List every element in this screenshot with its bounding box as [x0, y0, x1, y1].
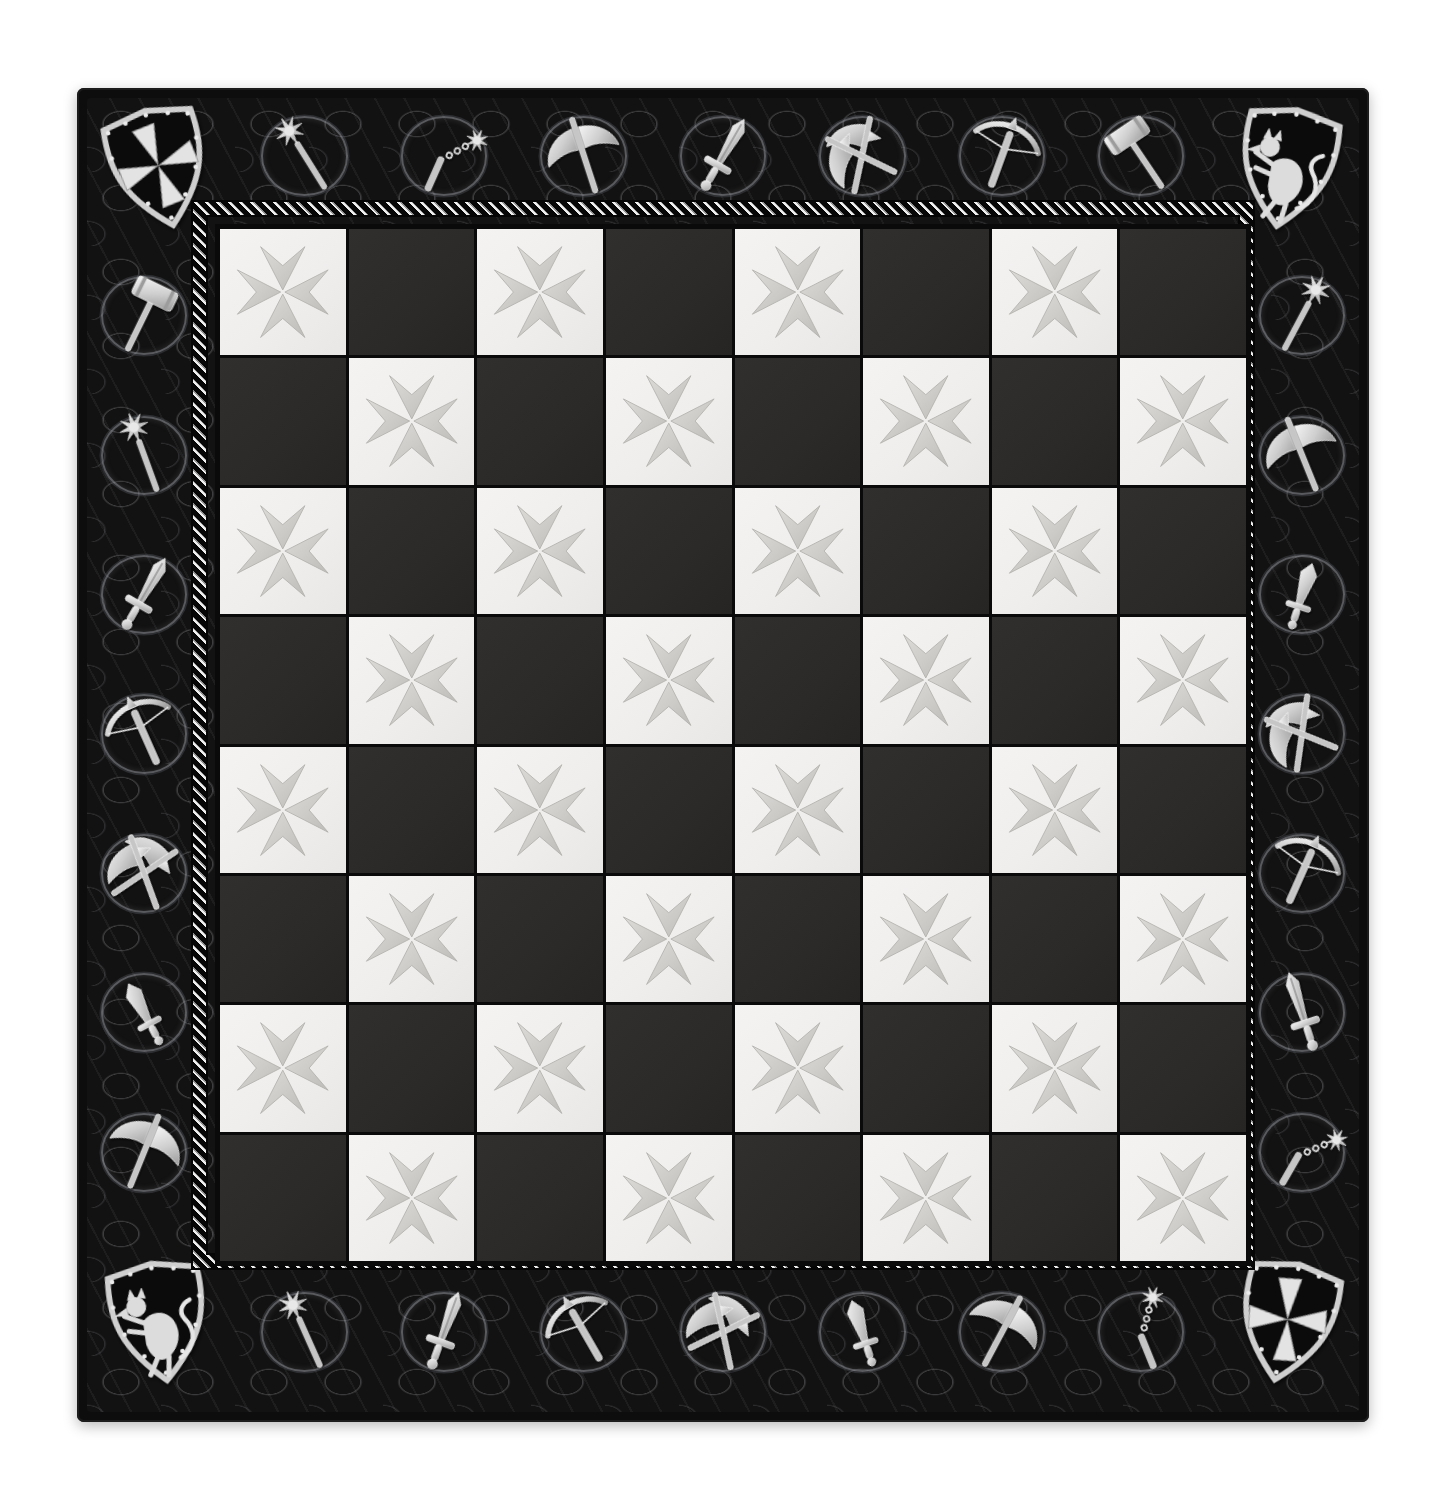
- square-a5[interactable]: [220, 617, 346, 743]
- square-h3[interactable]: [1120, 876, 1246, 1002]
- maltese-cross-icon: [616, 368, 722, 474]
- square-d7[interactable]: [606, 358, 732, 484]
- dagger-icon: [98, 967, 190, 1059]
- square-e5[interactable]: [735, 617, 861, 743]
- square-b7[interactable]: [349, 358, 475, 484]
- maltese-cross-icon: [1002, 757, 1108, 863]
- maltese-cross-icon: [230, 1015, 336, 1121]
- square-d6[interactable]: [606, 488, 732, 614]
- maltese-cross-icon: [616, 627, 722, 733]
- dagger-icon: [816, 1286, 908, 1378]
- maltese-cross-icon: [873, 627, 979, 733]
- square-a8[interactable]: [220, 229, 346, 355]
- hammer-icon: [1095, 110, 1187, 202]
- maltese-cross-icon: [1130, 368, 1236, 474]
- frame-corner-bl: [95, 1258, 223, 1386]
- square-e7[interactable]: [735, 358, 861, 484]
- square-g5[interactable]: [992, 617, 1118, 743]
- maltese-cross-icon: [745, 1015, 851, 1121]
- square-d4[interactable]: [606, 747, 732, 873]
- square-a6[interactable]: [220, 488, 346, 614]
- square-g2[interactable]: [992, 1005, 1118, 1131]
- square-f3[interactable]: [863, 876, 989, 1002]
- crossbow-icon: [1256, 827, 1348, 919]
- square-h1[interactable]: [1120, 1135, 1246, 1261]
- maltese-cross-icon: [873, 1145, 979, 1251]
- square-g4[interactable]: [992, 747, 1118, 873]
- square-d1[interactable]: [606, 1135, 732, 1261]
- chess-board: [77, 88, 1369, 1422]
- maltese-cross-icon: [745, 757, 851, 863]
- square-f1[interactable]: [863, 1135, 989, 1261]
- flail-icon: [1095, 1286, 1187, 1378]
- frame-strip-top: [235, 110, 1211, 202]
- mace-icon: [259, 1286, 351, 1378]
- square-b2[interactable]: [349, 1005, 475, 1131]
- square-c2[interactable]: [477, 1005, 603, 1131]
- maltese-cross-icon: [230, 498, 336, 604]
- square-f5[interactable]: [863, 617, 989, 743]
- maltese-cross-icon: [487, 757, 593, 863]
- frame-band: [87, 98, 1359, 1412]
- square-h6[interactable]: [1120, 488, 1246, 614]
- sword-icon: [398, 1286, 490, 1378]
- square-f2[interactable]: [863, 1005, 989, 1131]
- square-e2[interactable]: [735, 1005, 861, 1131]
- square-f4[interactable]: [863, 747, 989, 873]
- flail-icon: [398, 110, 490, 202]
- maltese-cross-icon: [1002, 1015, 1108, 1121]
- square-h7[interactable]: [1120, 358, 1246, 484]
- maltese-cross-icon: [616, 886, 722, 992]
- sword-icon: [98, 549, 190, 641]
- double-axe-icon: [956, 1286, 1048, 1378]
- maltese-cross-icon: [873, 368, 979, 474]
- maltese-cross-icon: [359, 368, 465, 474]
- maltese-cross-icon: [1130, 1145, 1236, 1251]
- square-b8[interactable]: [349, 229, 475, 355]
- square-b3[interactable]: [349, 876, 475, 1002]
- square-c3[interactable]: [477, 876, 603, 1002]
- square-g3[interactable]: [992, 876, 1118, 1002]
- maltese-cross-icon: [1002, 498, 1108, 604]
- square-d2[interactable]: [606, 1005, 732, 1131]
- square-g1[interactable]: [992, 1135, 1118, 1261]
- maltese-cross-icon: [1130, 886, 1236, 992]
- maltese-cross-icon: [1002, 239, 1108, 345]
- square-d5[interactable]: [606, 617, 732, 743]
- frame-strip-left: [97, 246, 191, 1222]
- square-c1[interactable]: [477, 1135, 603, 1261]
- square-b6[interactable]: [349, 488, 475, 614]
- square-h4[interactable]: [1120, 747, 1246, 873]
- square-a7[interactable]: [220, 358, 346, 484]
- square-h5[interactable]: [1120, 617, 1246, 743]
- square-e8[interactable]: [735, 229, 861, 355]
- square-f8[interactable]: [863, 229, 989, 355]
- frame-strip-right: [1255, 246, 1349, 1222]
- square-f6[interactable]: [863, 488, 989, 614]
- square-h8[interactable]: [1120, 229, 1246, 355]
- double-axe-icon: [98, 1106, 190, 1198]
- maltese-cross-icon: [487, 1015, 593, 1121]
- double-axe-icon: [538, 110, 630, 202]
- square-d8[interactable]: [606, 229, 732, 355]
- crossed-axes-icon: [816, 110, 908, 202]
- square-b4[interactable]: [349, 747, 475, 873]
- flail-icon: [1256, 1106, 1348, 1198]
- crossbow-icon: [98, 688, 190, 780]
- sword-icon: [677, 110, 769, 202]
- square-e4[interactable]: [735, 747, 861, 873]
- maltese-cross-icon: [359, 1145, 465, 1251]
- hammer-icon: [98, 270, 190, 362]
- square-c4[interactable]: [477, 747, 603, 873]
- maltese-cross-icon: [873, 886, 979, 992]
- square-c7[interactable]: [477, 358, 603, 484]
- product-photo: [0, 0, 1445, 1506]
- frame-corner-br: [1223, 1258, 1351, 1386]
- square-g7[interactable]: [992, 358, 1118, 484]
- maltese-cross-icon: [1130, 627, 1236, 733]
- square-g6[interactable]: [992, 488, 1118, 614]
- mace-icon: [98, 409, 190, 501]
- crossed-axes-icon: [1256, 688, 1348, 780]
- square-d3[interactable]: [606, 876, 732, 1002]
- dagger-icon: [1256, 549, 1348, 641]
- board-grid: [215, 224, 1251, 1266]
- maltese-cross-icon: [616, 1145, 722, 1251]
- square-f7[interactable]: [863, 358, 989, 484]
- square-e1[interactable]: [735, 1135, 861, 1261]
- mace-icon: [1256, 270, 1348, 362]
- crossbow-icon: [956, 110, 1048, 202]
- square-c8[interactable]: [477, 229, 603, 355]
- square-e3[interactable]: [735, 876, 861, 1002]
- shield-lion-icon: [87, 1250, 232, 1395]
- maltese-cross-icon: [745, 239, 851, 345]
- square-a4[interactable]: [220, 747, 346, 873]
- maltese-cross-icon: [359, 627, 465, 733]
- square-a1[interactable]: [220, 1135, 346, 1261]
- square-c6[interactable]: [477, 488, 603, 614]
- square-a3[interactable]: [220, 876, 346, 1002]
- maltese-cross-icon: [359, 886, 465, 992]
- maltese-cross-icon: [230, 239, 336, 345]
- square-g8[interactable]: [992, 229, 1118, 355]
- crossed-axes-icon: [98, 827, 190, 919]
- square-e6[interactable]: [735, 488, 861, 614]
- square-h2[interactable]: [1120, 1005, 1246, 1131]
- mace-icon: [259, 110, 351, 202]
- maltese-cross-icon: [230, 757, 336, 863]
- crossbow-icon: [538, 1286, 630, 1378]
- square-a2[interactable]: [220, 1005, 346, 1131]
- maltese-cross-icon: [487, 239, 593, 345]
- maltese-cross-icon: [745, 498, 851, 604]
- crossed-axes-icon: [677, 1286, 769, 1378]
- double-axe-icon: [1256, 409, 1348, 501]
- sword-icon: [1256, 967, 1348, 1059]
- play-area: [215, 224, 1251, 1266]
- square-c5[interactable]: [477, 617, 603, 743]
- frame-strip-bottom: [235, 1284, 1211, 1380]
- shield-cross-icon: [1211, 1246, 1363, 1398]
- square-b1[interactable]: [349, 1135, 475, 1261]
- maltese-cross-icon: [487, 498, 593, 604]
- square-b5[interactable]: [349, 617, 475, 743]
